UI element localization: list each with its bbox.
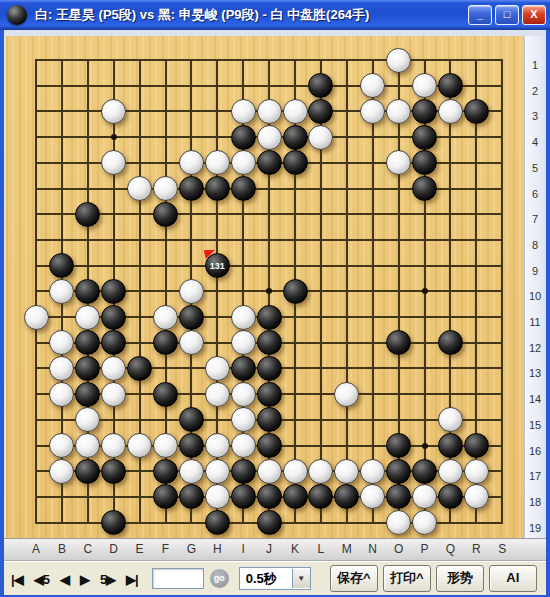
back-5-button[interactable]: ◀5 bbox=[30, 572, 53, 587]
stone-J15 bbox=[257, 407, 282, 432]
column-label-P: P bbox=[415, 542, 435, 556]
stone-J18 bbox=[257, 484, 282, 509]
territory-button[interactable]: 形势 bbox=[436, 565, 484, 592]
row-coordinates: 12345678910111213141516171819 bbox=[524, 36, 545, 538]
column-label-B: B bbox=[52, 542, 72, 556]
delay-value: 0.5秒 bbox=[240, 570, 292, 588]
stone-I3 bbox=[231, 99, 256, 124]
row-label-4: 4 bbox=[525, 136, 545, 148]
stone-F7 bbox=[153, 202, 178, 227]
row-label-10: 10 bbox=[525, 290, 545, 302]
stone-N17 bbox=[360, 459, 385, 484]
last-move-button[interactable]: ▶| bbox=[122, 572, 142, 587]
row-label-13: 13 bbox=[525, 367, 545, 379]
stone-G17 bbox=[179, 459, 204, 484]
row-label-8: 8 bbox=[525, 239, 545, 251]
row-label-19: 19 bbox=[525, 522, 545, 534]
stone-N3 bbox=[360, 99, 385, 124]
stone-C13 bbox=[75, 356, 100, 381]
stone-P2 bbox=[412, 73, 437, 98]
stone-I12 bbox=[231, 330, 256, 355]
stone-Q2 bbox=[438, 73, 463, 98]
stone-E6 bbox=[127, 176, 152, 201]
star-point bbox=[422, 288, 428, 294]
row-label-14: 14 bbox=[525, 393, 545, 405]
stone-K3 bbox=[283, 99, 308, 124]
stone-J14 bbox=[257, 382, 282, 407]
stone-O12 bbox=[386, 330, 411, 355]
stone-J11 bbox=[257, 305, 282, 330]
stone-I17 bbox=[231, 459, 256, 484]
go-button[interactable]: go bbox=[210, 569, 229, 588]
stone-K10 bbox=[283, 279, 308, 304]
row-label-18: 18 bbox=[525, 496, 545, 508]
stone-R18 bbox=[464, 484, 489, 509]
row-label-9: 9 bbox=[525, 265, 545, 277]
stone-P18 bbox=[412, 484, 437, 509]
stone-H13 bbox=[205, 356, 230, 381]
column-label-O: O bbox=[389, 542, 409, 556]
stone-C7 bbox=[75, 202, 100, 227]
ai-button[interactable]: AI bbox=[489, 565, 537, 592]
stone-K5 bbox=[283, 150, 308, 175]
stone-L3 bbox=[308, 99, 333, 124]
star-point bbox=[266, 288, 272, 294]
stone-H18 bbox=[205, 484, 230, 509]
column-label-G: G bbox=[181, 542, 201, 556]
stone-P4 bbox=[412, 125, 437, 150]
stone-M14 bbox=[334, 382, 359, 407]
stone-J5 bbox=[257, 150, 282, 175]
stone-D14 bbox=[101, 382, 126, 407]
row-label-16: 16 bbox=[525, 445, 545, 457]
stone-B16 bbox=[49, 433, 74, 458]
stone-O3 bbox=[386, 99, 411, 124]
stone-L2 bbox=[308, 73, 333, 98]
stone-P6 bbox=[412, 176, 437, 201]
stone-G12 bbox=[179, 330, 204, 355]
stone-R16 bbox=[464, 433, 489, 458]
stone-F16 bbox=[153, 433, 178, 458]
stone-M18 bbox=[334, 484, 359, 509]
stone-G15 bbox=[179, 407, 204, 432]
row-label-17: 17 bbox=[525, 470, 545, 482]
stone-D11 bbox=[101, 305, 126, 330]
column-label-C: C bbox=[78, 542, 98, 556]
stone-I4 bbox=[231, 125, 256, 150]
grid-line bbox=[501, 59, 503, 524]
stone-C17 bbox=[75, 459, 100, 484]
window-content: 131 12345678910111213141516171819 ABCDEF… bbox=[4, 30, 546, 593]
stone-F11 bbox=[153, 305, 178, 330]
stone-H17 bbox=[205, 459, 230, 484]
forward-5-button[interactable]: 5▶ bbox=[96, 572, 119, 587]
row-label-11: 11 bbox=[525, 316, 545, 328]
stone-J16 bbox=[257, 433, 282, 458]
stone-G18 bbox=[179, 484, 204, 509]
stone-H16 bbox=[205, 433, 230, 458]
stone-F18 bbox=[153, 484, 178, 509]
column-label-R: R bbox=[466, 542, 486, 556]
stone-D16 bbox=[101, 433, 126, 458]
stone-G6 bbox=[179, 176, 204, 201]
column-label-Q: Q bbox=[440, 542, 460, 556]
goban[interactable]: 131 bbox=[6, 36, 524, 538]
stone-L18 bbox=[308, 484, 333, 509]
close-button[interactable]: X bbox=[522, 5, 546, 25]
grid-line bbox=[346, 59, 348, 524]
stone-J12 bbox=[257, 330, 282, 355]
star-point bbox=[111, 134, 117, 140]
column-label-J: J bbox=[259, 542, 279, 556]
stone-J4 bbox=[257, 125, 282, 150]
stone-I15 bbox=[231, 407, 256, 432]
stone-I6 bbox=[231, 176, 256, 201]
stone-Q3 bbox=[438, 99, 463, 124]
stone-H19 bbox=[205, 510, 230, 535]
stone-E16 bbox=[127, 433, 152, 458]
column-label-I: I bbox=[233, 542, 253, 556]
stone-P17 bbox=[412, 459, 437, 484]
stone-Q12 bbox=[438, 330, 463, 355]
stone-G10 bbox=[179, 279, 204, 304]
stone-Q17 bbox=[438, 459, 463, 484]
stone-R3 bbox=[464, 99, 489, 124]
row-label-12: 12 bbox=[525, 342, 545, 354]
column-label-E: E bbox=[130, 542, 150, 556]
row-label-7: 7 bbox=[525, 213, 545, 225]
stone-B10 bbox=[49, 279, 74, 304]
row-label-2: 2 bbox=[525, 85, 545, 97]
column-label-L: L bbox=[311, 542, 331, 556]
save-button[interactable]: 保存^ bbox=[330, 565, 378, 592]
move-number-input[interactable] bbox=[152, 568, 204, 589]
stone-Q18 bbox=[438, 484, 463, 509]
stone-Q16 bbox=[438, 433, 463, 458]
nav-buttons: |◀◀5◀▶5▶▶| bbox=[4, 570, 142, 588]
minimize-button[interactable]: _ bbox=[468, 5, 492, 25]
maximize-button[interactable]: □ bbox=[495, 5, 519, 25]
stone-P19 bbox=[412, 510, 437, 535]
grid-line bbox=[372, 59, 374, 524]
stone-J3 bbox=[257, 99, 282, 124]
title-bar: 白: 王星昊 (P5段) vs 黑: 申旻峻 (P9段) - 白 中盘胜(264… bbox=[0, 0, 550, 30]
app-icon bbox=[7, 5, 27, 25]
chevron-down-icon[interactable]: ▼ bbox=[292, 569, 310, 588]
stone-C15 bbox=[75, 407, 100, 432]
stone-H6 bbox=[205, 176, 230, 201]
stone-G5 bbox=[179, 150, 204, 175]
row-label-15: 15 bbox=[525, 419, 545, 431]
stone-J17 bbox=[257, 459, 282, 484]
column-label-M: M bbox=[337, 542, 357, 556]
stone-B13 bbox=[49, 356, 74, 381]
stone-K18 bbox=[283, 484, 308, 509]
stone-I16 bbox=[231, 433, 256, 458]
stone-G11 bbox=[179, 305, 204, 330]
stone-F6 bbox=[153, 176, 178, 201]
column-label-D: D bbox=[104, 542, 124, 556]
stone-C16 bbox=[75, 433, 100, 458]
stone-F12 bbox=[153, 330, 178, 355]
forward-1-button[interactable]: ▶ bbox=[76, 572, 93, 587]
stone-J19 bbox=[257, 510, 282, 535]
stone-R17 bbox=[464, 459, 489, 484]
stone-I13 bbox=[231, 356, 256, 381]
stone-N18 bbox=[360, 484, 385, 509]
stone-C12 bbox=[75, 330, 100, 355]
window-title: 白: 王星昊 (P5段) vs 黑: 申旻峻 (P9段) - 白 中盘胜(264… bbox=[35, 6, 468, 24]
stone-K4 bbox=[283, 125, 308, 150]
stone-F14 bbox=[153, 382, 178, 407]
stone-O5 bbox=[386, 150, 411, 175]
column-label-S: S bbox=[492, 542, 512, 556]
move-number-label: 131 bbox=[206, 254, 229, 277]
column-label-K: K bbox=[285, 542, 305, 556]
row-label-6: 6 bbox=[525, 188, 545, 200]
stone-P5 bbox=[412, 150, 437, 175]
stone-O1 bbox=[386, 48, 411, 73]
star-point bbox=[422, 443, 428, 449]
row-label-5: 5 bbox=[525, 162, 545, 174]
stone-I11 bbox=[231, 305, 256, 330]
stone-C10 bbox=[75, 279, 100, 304]
stone-C11 bbox=[75, 305, 100, 330]
stone-O19 bbox=[386, 510, 411, 535]
stone-J13 bbox=[257, 356, 282, 381]
stone-C14 bbox=[75, 382, 100, 407]
stone-D13 bbox=[101, 356, 126, 381]
stone-O17 bbox=[386, 459, 411, 484]
stone-D17 bbox=[101, 459, 126, 484]
print-button[interactable]: 打印^ bbox=[383, 565, 431, 592]
stone-P3 bbox=[412, 99, 437, 124]
stone-N2 bbox=[360, 73, 385, 98]
stone-L4 bbox=[308, 125, 333, 150]
stone-D3 bbox=[101, 99, 126, 124]
row-label-1: 1 bbox=[525, 59, 545, 71]
row-label-3: 3 bbox=[525, 110, 545, 122]
toolbar: |◀◀5◀▶5▶▶| go 0.5秒 ▼ 保存^打印^形势AI bbox=[4, 560, 546, 595]
stone-B9 bbox=[49, 253, 74, 278]
stone-B17 bbox=[49, 459, 74, 484]
delay-select[interactable]: 0.5秒 ▼ bbox=[239, 567, 311, 590]
stone-D10 bbox=[101, 279, 126, 304]
stone-D12 bbox=[101, 330, 126, 355]
stone-Q15 bbox=[438, 407, 463, 432]
column-coordinates: ABCDEFGHIJKLMNOPQRS bbox=[4, 538, 546, 562]
first-move-button[interactable]: |◀ bbox=[7, 572, 27, 587]
stone-A11 bbox=[24, 305, 49, 330]
stone-O18 bbox=[386, 484, 411, 509]
stone-E13 bbox=[127, 356, 152, 381]
stone-K17 bbox=[283, 459, 308, 484]
stone-I14 bbox=[231, 382, 256, 407]
stone-I5 bbox=[231, 150, 256, 175]
stone-H14 bbox=[205, 382, 230, 407]
back-1-button[interactable]: ◀ bbox=[56, 572, 73, 587]
app-window: 白: 王星昊 (P5段) vs 黑: 申旻峻 (P9段) - 白 中盘胜(264… bbox=[0, 0, 550, 597]
stone-B12 bbox=[49, 330, 74, 355]
action-buttons: 保存^打印^形势AI bbox=[325, 565, 537, 592]
stone-H5 bbox=[205, 150, 230, 175]
column-label-F: F bbox=[156, 542, 176, 556]
stone-D5 bbox=[101, 150, 126, 175]
stone-M17 bbox=[334, 459, 359, 484]
stone-O16 bbox=[386, 433, 411, 458]
stone-F17 bbox=[153, 459, 178, 484]
stone-D19 bbox=[101, 510, 126, 535]
stone-I18 bbox=[231, 484, 256, 509]
stone-B14 bbox=[49, 382, 74, 407]
column-label-N: N bbox=[363, 542, 383, 556]
stone-H9: 131 bbox=[205, 253, 230, 278]
column-label-H: H bbox=[207, 542, 227, 556]
column-label-A: A bbox=[26, 542, 46, 556]
stone-L17 bbox=[308, 459, 333, 484]
stone-G16 bbox=[179, 433, 204, 458]
